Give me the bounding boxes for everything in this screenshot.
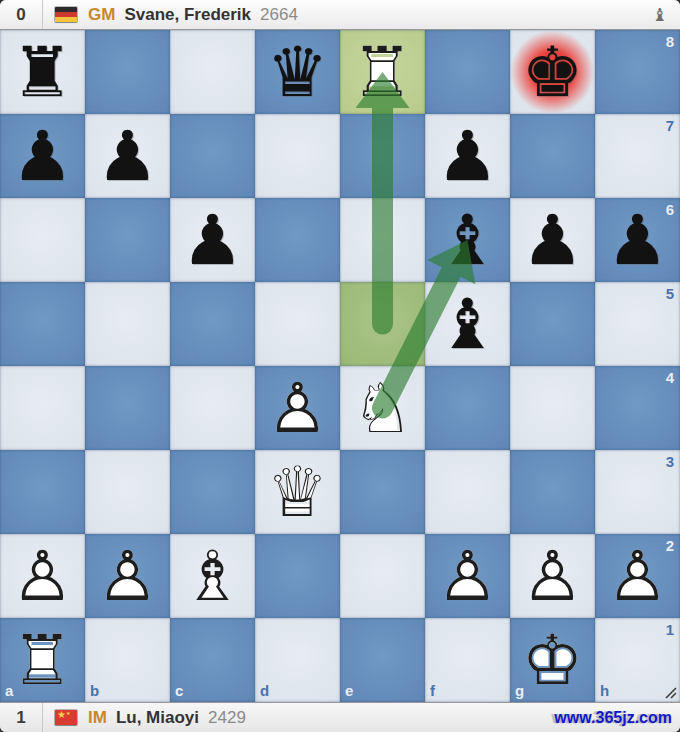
square-g4[interactable]: [510, 366, 595, 450]
square-f2[interactable]: ♟♙: [425, 534, 510, 618]
piece-wN-e4[interactable]: ♞♘: [340, 366, 425, 450]
piece-bR-a8[interactable]: ♜: [0, 30, 85, 114]
square-h4[interactable]: 4: [595, 366, 680, 450]
square-e2[interactable]: [340, 534, 425, 618]
square-c4[interactable]: [170, 366, 255, 450]
square-e8[interactable]: ♜♖: [340, 30, 425, 114]
square-g8[interactable]: ♚: [510, 30, 595, 114]
piece-wR-e8[interactable]: ♜♖: [340, 30, 425, 114]
piece-wB-c2[interactable]: ♝♗: [170, 534, 255, 618]
square-h2[interactable]: ♟♙2: [595, 534, 680, 618]
square-b7[interactable]: ♟: [85, 114, 170, 198]
square-c2[interactable]: ♝♗: [170, 534, 255, 618]
chess-widget: 0 GM Svane, Frederik 2664 ♝ ♜♛♜♖♚8♟♟♟7♟♝…: [0, 0, 680, 732]
square-h6[interactable]: ♟6: [595, 198, 680, 282]
bottom-player-score: 1: [0, 708, 42, 728]
bottom-player-rating: 2429: [208, 708, 246, 728]
resize-handle-icon[interactable]: [663, 685, 677, 699]
piece-bB-f5[interactable]: ♝: [425, 282, 510, 366]
piece-wP-h2[interactable]: ♟♙: [595, 534, 680, 618]
rank-label-5: 5: [666, 286, 674, 301]
square-h7[interactable]: 7: [595, 114, 680, 198]
square-a3[interactable]: [0, 450, 85, 534]
square-a1[interactable]: ♜♖a: [0, 618, 85, 702]
top-player-rating: 2664: [260, 5, 298, 25]
square-c7[interactable]: [170, 114, 255, 198]
square-d5[interactable]: [255, 282, 340, 366]
square-g1[interactable]: ♚♔g: [510, 618, 595, 702]
square-f6[interactable]: ♝: [425, 198, 510, 282]
separator: [42, 0, 43, 29]
rank-label-1: 1: [666, 622, 674, 637]
piece-wP-f2[interactable]: ♟♙: [425, 534, 510, 618]
file-label-d: d: [260, 683, 269, 698]
piece-wP-d4[interactable]: ♟♙: [255, 366, 340, 450]
square-e6[interactable]: [340, 198, 425, 282]
file-label-b: b: [90, 683, 99, 698]
square-c1[interactable]: c: [170, 618, 255, 702]
square-d8[interactable]: ♛: [255, 30, 340, 114]
square-f7[interactable]: ♟: [425, 114, 510, 198]
square-h8[interactable]: 8: [595, 30, 680, 114]
square-a2[interactable]: ♟♙: [0, 534, 85, 618]
square-c5[interactable]: [170, 282, 255, 366]
piece-bP-b7[interactable]: ♟: [85, 114, 170, 198]
square-h3[interactable]: 3: [595, 450, 680, 534]
square-c6[interactable]: ♟: [170, 198, 255, 282]
square-a7[interactable]: ♟: [0, 114, 85, 198]
square-g5[interactable]: [510, 282, 595, 366]
bottom-player-title: IM: [88, 708, 107, 728]
square-b6[interactable]: [85, 198, 170, 282]
square-d4[interactable]: ♟♙: [255, 366, 340, 450]
germany-flag-icon: [55, 7, 77, 22]
piece-wP-b2[interactable]: ♟♙: [85, 534, 170, 618]
square-g2[interactable]: ♟♙: [510, 534, 595, 618]
file-label-h: h: [600, 683, 609, 698]
piece-wP-a2[interactable]: ♟♙: [0, 534, 85, 618]
piece-bP-f7[interactable]: ♟: [425, 114, 510, 198]
square-e1[interactable]: e: [340, 618, 425, 702]
square-h5[interactable]: 5: [595, 282, 680, 366]
file-label-c: c: [175, 683, 183, 698]
rank-label-4: 4: [666, 370, 674, 385]
piece-wQ-d3[interactable]: ♛♕: [255, 450, 340, 534]
square-b2[interactable]: ♟♙: [85, 534, 170, 618]
square-c8[interactable]: [170, 30, 255, 114]
rank-label-3: 3: [666, 454, 674, 469]
square-g6[interactable]: ♟: [510, 198, 595, 282]
square-e5[interactable]: [340, 282, 425, 366]
rank-label-8: 8: [666, 34, 674, 49]
bottom-player-bar: 1 IM Lu, Miaoyi 2429 www.365jz.com: [0, 702, 680, 732]
square-d6[interactable]: [255, 198, 340, 282]
square-b8[interactable]: [85, 30, 170, 114]
square-d7[interactable]: [255, 114, 340, 198]
top-player-score: 0: [0, 5, 42, 25]
chess-board-container: ♜♛♜♖♚8♟♟♟7♟♝♟♟6♝5♟♙♞♘4♛♕3♟♙♟♙♝♗♟♙♟♙♟♙2♜♖…: [0, 30, 680, 702]
piece-wK-g1[interactable]: ♚♔: [510, 618, 595, 702]
square-b4[interactable]: [85, 366, 170, 450]
bishop-icon[interactable]: ♝: [652, 4, 668, 25]
file-label-e: e: [345, 683, 353, 698]
piece-bP-g6[interactable]: ♟: [510, 198, 595, 282]
piece-wP-g2[interactable]: ♟♙: [510, 534, 595, 618]
piece-wR-a1[interactable]: ♜♖: [0, 618, 85, 702]
square-a5[interactable]: [0, 282, 85, 366]
square-a6[interactable]: [0, 198, 85, 282]
piece-bP-h6[interactable]: ♟: [595, 198, 680, 282]
square-f5[interactable]: ♝: [425, 282, 510, 366]
square-f8[interactable]: [425, 30, 510, 114]
piece-bK-g8[interactable]: ♚: [510, 30, 595, 114]
bottom-player-name: Lu, Miaoyi: [116, 708, 199, 728]
square-b3[interactable]: [85, 450, 170, 534]
square-g7[interactable]: [510, 114, 595, 198]
top-player-bar: 0 GM Svane, Frederik 2664 ♝: [0, 0, 680, 30]
square-a8[interactable]: ♜: [0, 30, 85, 114]
square-b1[interactable]: b: [85, 618, 170, 702]
top-player-name: Svane, Frederik: [124, 5, 251, 25]
square-f1[interactable]: f: [425, 618, 510, 702]
square-g3[interactable]: [510, 450, 595, 534]
piece-bP-c6[interactable]: ♟: [170, 198, 255, 282]
piece-bQ-d8[interactable]: ♛: [255, 30, 340, 114]
square-d3[interactable]: ♛♕: [255, 450, 340, 534]
top-player-title: GM: [88, 5, 115, 25]
square-f4[interactable]: [425, 366, 510, 450]
square-c3[interactable]: [170, 450, 255, 534]
square-e7[interactable]: [340, 114, 425, 198]
china-flag-icon: [55, 710, 77, 725]
piece-bP-a7[interactable]: ♟: [0, 114, 85, 198]
separator: [42, 703, 43, 732]
chess-board: ♜♛♜♖♚8♟♟♟7♟♝♟♟6♝5♟♙♞♘4♛♕3♟♙♟♙♝♗♟♙♟♙♟♙2♜♖…: [0, 30, 680, 702]
square-d2[interactable]: [255, 534, 340, 618]
piece-bB-f6[interactable]: ♝: [425, 198, 510, 282]
square-e4[interactable]: ♞♘: [340, 366, 425, 450]
rank-label-7: 7: [666, 118, 674, 133]
square-a4[interactable]: [0, 366, 85, 450]
square-b5[interactable]: [85, 282, 170, 366]
square-e3[interactable]: [340, 450, 425, 534]
square-d1[interactable]: d: [255, 618, 340, 702]
square-f3[interactable]: [425, 450, 510, 534]
website-link[interactable]: www.365jz.com: [554, 709, 672, 727]
file-label-f: f: [430, 683, 435, 698]
